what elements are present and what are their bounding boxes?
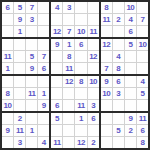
cell-r4c7[interactable]: 6	[75, 39, 86, 50]
cell-r7c9[interactable]: 9	[101, 76, 112, 87]
cell-r2c11[interactable]: 4	[125, 14, 136, 25]
cell-r3c1[interactable]	[2, 26, 13, 37]
cell-r8c1[interactable]: 8	[2, 88, 13, 99]
cell-r1c11[interactable]: 10	[125, 2, 136, 13]
cell-r9c4[interactable]: 9	[38, 100, 49, 111]
cell-r8c5[interactable]	[51, 88, 62, 99]
cell-r5c12[interactable]	[137, 51, 148, 62]
cell-r5c3[interactable]: 5	[26, 51, 37, 62]
cell-r10c9[interactable]	[101, 113, 112, 124]
cell-r7c2[interactable]	[14, 76, 25, 87]
cell-r4c6[interactable]: 1	[63, 39, 74, 50]
box-r2c0: 8111109	[2, 76, 49, 111]
cell-r3c4[interactable]	[38, 26, 49, 37]
cell-r12c11[interactable]	[125, 137, 136, 148]
cell-r2c3[interactable]: 3	[26, 14, 37, 25]
cell-r6c7[interactable]	[75, 63, 86, 74]
cell-r8c7[interactable]	[75, 88, 86, 99]
cell-r9c11[interactable]	[125, 100, 136, 111]
cell-r8c11[interactable]	[125, 88, 136, 99]
cell-r6c1[interactable]: 1	[2, 63, 13, 74]
cell-r12c12[interactable]: 8	[137, 137, 148, 148]
box-r3c1: 51611122	[51, 113, 98, 148]
cell-r6c4[interactable]: 6	[38, 63, 49, 74]
cell-r11c5[interactable]	[51, 125, 62, 136]
cell-r2c9[interactable]: 11	[101, 14, 112, 25]
cell-r2c1[interactable]	[2, 14, 13, 25]
cell-r12c6[interactable]	[63, 137, 74, 148]
cell-r4c5[interactable]: 9	[51, 39, 62, 50]
cell-r1c12[interactable]	[137, 2, 148, 13]
cell-r12c4[interactable]: 4	[38, 137, 49, 148]
cell-r5c10[interactable]: 4	[113, 51, 124, 62]
box-r3c0: 2911134	[2, 113, 49, 148]
cell-r2c2[interactable]: 9	[14, 14, 25, 25]
cell-r9c8[interactable]: 3	[88, 100, 99, 111]
cell-r7c4[interactable]	[38, 76, 49, 87]
cell-r9c5[interactable]: 6	[51, 100, 62, 111]
cell-r9c7[interactable]: 11	[75, 100, 86, 111]
cell-r3c6[interactable]: 7	[63, 26, 74, 37]
cell-r12c2[interactable]: 3	[14, 137, 25, 148]
cell-r9c6[interactable]	[63, 100, 74, 111]
cell-r6c12[interactable]	[137, 63, 148, 74]
cell-r2c8[interactable]	[88, 14, 99, 25]
cell-r4c2[interactable]	[14, 39, 25, 50]
cell-r9c9[interactable]	[101, 100, 112, 111]
cell-r7c5[interactable]	[51, 76, 62, 87]
cell-r11c6[interactable]	[63, 125, 74, 136]
cell-r3c8[interactable]: 11	[88, 26, 99, 37]
cell-r1c7[interactable]	[75, 2, 86, 13]
cell-r5c1[interactable]: 11	[2, 51, 13, 62]
cell-r11c9[interactable]	[101, 125, 112, 136]
box-r1c0: 1157196	[2, 39, 49, 74]
cell-r10c3[interactable]	[26, 113, 37, 124]
cell-r3c9[interactable]	[101, 26, 112, 37]
cell-r8c10[interactable]: 3	[113, 88, 124, 99]
cell-r12c9[interactable]	[101, 137, 112, 148]
cell-r10c10[interactable]	[113, 113, 124, 124]
cell-r5c7[interactable]	[75, 51, 86, 62]
cell-r1c1[interactable]: 6	[2, 2, 13, 13]
cell-r2c12[interactable]: 7	[137, 14, 148, 25]
cell-r2c5[interactable]	[51, 14, 62, 25]
cell-r6c11[interactable]	[125, 63, 136, 74]
cell-r6c5[interactable]	[51, 63, 62, 74]
cell-r6c6[interactable]: 11	[63, 63, 74, 74]
cell-r10c11[interactable]: 9	[125, 113, 136, 124]
cell-r5c9[interactable]	[101, 51, 112, 62]
cell-r10c7[interactable]: 1	[75, 113, 86, 124]
cell-r6c2[interactable]	[14, 63, 25, 74]
cell-r9c1[interactable]: 10	[2, 100, 13, 111]
cell-r11c4[interactable]	[38, 125, 49, 136]
cell-r9c3[interactable]	[26, 100, 37, 111]
cell-r4c8[interactable]	[88, 39, 99, 50]
cell-r9c12[interactable]	[137, 100, 148, 111]
cell-r12c10[interactable]	[113, 137, 124, 148]
cell-r1c2[interactable]: 5	[14, 2, 25, 13]
cell-r11c12[interactable]: 6	[137, 125, 148, 136]
cell-r9c10[interactable]	[113, 100, 124, 111]
cell-r12c8[interactable]: 2	[88, 137, 99, 148]
cell-r12c5[interactable]: 11	[51, 137, 62, 148]
cell-r3c12[interactable]	[137, 26, 148, 37]
cell-r12c3[interactable]	[26, 137, 37, 148]
cell-r11c11[interactable]: 2	[125, 125, 136, 136]
cell-r2c7[interactable]	[75, 14, 86, 25]
cell-r3c10[interactable]	[113, 26, 124, 37]
cell-r11c1[interactable]: 9	[2, 125, 13, 136]
cell-r3c2[interactable]: 1	[14, 26, 25, 37]
cell-r8c4[interactable]: 1	[38, 88, 49, 99]
sudoku-board: 6579314312710118101124761157196916812111…	[0, 0, 150, 150]
cell-r3c11[interactable]: 6	[125, 26, 136, 37]
cell-r10c5[interactable]: 5	[51, 113, 62, 124]
cell-r11c10[interactable]: 5	[113, 125, 124, 136]
cell-r1c10[interactable]	[113, 2, 124, 13]
cell-r11c7[interactable]	[75, 125, 86, 136]
cell-r4c12[interactable]: 10	[137, 39, 148, 50]
box-r2c1: 128106113	[51, 76, 98, 111]
cell-r1c5[interactable]: 4	[51, 2, 62, 13]
cell-r3c3[interactable]	[26, 26, 37, 37]
cell-r6c3[interactable]: 9	[26, 63, 37, 74]
cell-r4c1[interactable]	[2, 39, 13, 50]
cell-r8c2[interactable]	[14, 88, 25, 99]
cell-r2c6[interactable]	[63, 14, 74, 25]
cell-r10c8[interactable]: 6	[88, 113, 99, 124]
cell-r11c8[interactable]	[88, 125, 99, 136]
cell-r3c5[interactable]: 12	[51, 26, 62, 37]
cell-r5c8[interactable]: 12	[88, 51, 99, 62]
cell-r3c7[interactable]: 10	[75, 26, 86, 37]
cell-r6c9[interactable]: 7	[101, 63, 112, 74]
cell-r8c8[interactable]	[88, 88, 99, 99]
cell-r7c3[interactable]	[26, 76, 37, 87]
cell-r2c10[interactable]: 2	[113, 14, 124, 25]
cell-r10c1[interactable]	[2, 113, 13, 124]
cell-r1c9[interactable]: 8	[101, 2, 112, 13]
cell-r7c8[interactable]: 10	[88, 76, 99, 87]
cell-r8c6[interactable]	[63, 88, 74, 99]
box-r0c1: 431271011	[51, 2, 98, 37]
box-r1c2: 12510478	[101, 39, 148, 74]
cell-r6c8[interactable]	[88, 63, 99, 74]
cell-r8c3[interactable]: 11	[26, 88, 37, 99]
cell-r8c9[interactable]: 10	[101, 88, 112, 99]
cell-r7c10[interactable]: 6	[113, 76, 124, 87]
box-r0c0: 657931	[2, 2, 49, 37]
cell-r10c2[interactable]: 2	[14, 113, 25, 124]
cell-r11c3[interactable]: 1	[26, 125, 37, 136]
cell-r8c12[interactable]: 5	[137, 88, 148, 99]
cell-r4c4[interactable]	[38, 39, 49, 50]
cell-r12c1[interactable]	[2, 137, 13, 148]
cell-r7c11[interactable]	[125, 76, 136, 87]
cell-r9c2[interactable]	[14, 100, 25, 111]
box-r2c2: 9641035	[101, 76, 148, 111]
cell-r7c6[interactable]: 12	[63, 76, 74, 87]
cell-r1c4[interactable]	[38, 2, 49, 13]
cell-r7c12[interactable]: 4	[137, 76, 148, 87]
cell-r5c4[interactable]: 7	[38, 51, 49, 62]
cell-r1c3[interactable]: 7	[26, 2, 37, 13]
cell-r5c11[interactable]	[125, 51, 136, 62]
box-r3c2: 9115268	[101, 113, 148, 148]
box-r0c2: 810112476	[101, 2, 148, 37]
cell-r6c10[interactable]: 8	[113, 63, 124, 74]
cell-r5c5[interactable]	[51, 51, 62, 62]
cell-r7c7[interactable]: 8	[75, 76, 86, 87]
cell-r4c11[interactable]: 5	[125, 39, 136, 50]
cell-r7c1[interactable]	[2, 76, 13, 87]
cell-r10c4[interactable]	[38, 113, 49, 124]
cell-r10c12[interactable]: 11	[137, 113, 148, 124]
cell-r5c6[interactable]: 8	[63, 51, 74, 62]
cell-r11c2[interactable]: 11	[14, 125, 25, 136]
cell-r2c4[interactable]	[38, 14, 49, 25]
cell-r4c10[interactable]	[113, 39, 124, 50]
cell-r1c8[interactable]	[88, 2, 99, 13]
cell-r4c3[interactable]	[26, 39, 37, 50]
cell-r12c7[interactable]: 12	[75, 137, 86, 148]
cell-r10c6[interactable]	[63, 113, 74, 124]
cell-r1c6[interactable]: 3	[63, 2, 74, 13]
cell-r4c9[interactable]: 12	[101, 39, 112, 50]
cell-r5c2[interactable]	[14, 51, 25, 62]
box-r1c1: 91681211	[51, 39, 98, 74]
